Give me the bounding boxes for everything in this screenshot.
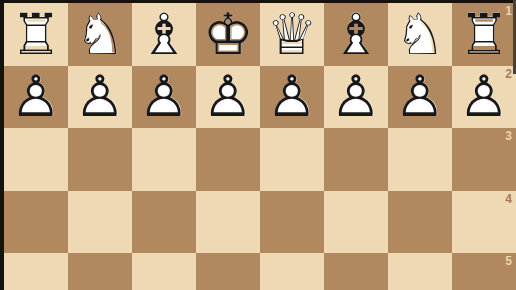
square-c5[interactable]	[324, 253, 388, 290]
white-pawn-outline-glyph: ♙	[260, 66, 324, 129]
white-pawn-fill-glyph: ♟	[68, 66, 132, 129]
white-pawn-outline-glyph: ♙	[196, 66, 260, 129]
square-f3[interactable]	[132, 128, 196, 191]
white-queen-fill-glyph: ♛	[260, 3, 324, 66]
square-e2[interactable]: ♟♙	[196, 66, 260, 129]
white-queen[interactable]: ♛♕	[260, 3, 324, 66]
square-g4[interactable]	[68, 191, 132, 254]
square-b1[interactable]: ♞♘	[388, 3, 452, 66]
white-pawn-fill-glyph: ♟	[196, 66, 260, 129]
white-pawn[interactable]: ♟♙	[324, 66, 388, 129]
white-pawn[interactable]: ♟♙	[388, 66, 452, 129]
white-rook[interactable]: ♜♖	[4, 3, 68, 66]
white-pawn[interactable]: ♟♙	[132, 66, 196, 129]
square-d5[interactable]	[260, 253, 324, 290]
square-a2[interactable]: ♟♙2	[452, 66, 516, 129]
square-h5[interactable]	[4, 253, 68, 290]
square-d1[interactable]: ♛♕	[260, 3, 324, 66]
square-e1[interactable]: ♚♔	[196, 3, 260, 66]
square-e3[interactable]	[196, 128, 260, 191]
white-pawn-outline-glyph: ♙	[4, 66, 68, 129]
square-e4[interactable]	[196, 191, 260, 254]
rank-label-5: 5	[505, 255, 512, 267]
square-a3[interactable]: 3	[452, 128, 516, 191]
rank-label-1: 1	[505, 5, 512, 17]
square-b2[interactable]: ♟♙	[388, 66, 452, 129]
white-queen-outline-glyph: ♕	[260, 3, 324, 66]
white-pawn-outline-glyph: ♙	[324, 66, 388, 129]
square-a1[interactable]: ♜♖1	[452, 3, 516, 66]
white-pawn-fill-glyph: ♟	[4, 66, 68, 129]
white-knight[interactable]: ♞♘	[388, 3, 452, 66]
white-pawn[interactable]: ♟♙	[4, 66, 68, 129]
square-b3[interactable]	[388, 128, 452, 191]
square-g2[interactable]: ♟♙	[68, 66, 132, 129]
square-b4[interactable]	[388, 191, 452, 254]
square-f2[interactable]: ♟♙	[132, 66, 196, 129]
square-g1[interactable]: ♞♘	[68, 3, 132, 66]
white-pawn-outline-glyph: ♙	[132, 66, 196, 129]
rank-label-2: 2	[505, 68, 512, 80]
white-pawn-fill-glyph: ♟	[388, 66, 452, 129]
white-rook-fill-glyph: ♜	[4, 3, 68, 66]
white-pawn-fill-glyph: ♟	[260, 66, 324, 129]
square-h4[interactable]	[4, 191, 68, 254]
chess-board-frame: ♜♖♞♘♝♗♚♔♛♕♝♗♞♘♜♖1♟♙♟♙♟♙♟♙♟♙♟♙♟♙♟♙2345	[0, 0, 516, 290]
square-f5[interactable]	[132, 253, 196, 290]
white-bishop-outline-glyph: ♗	[132, 3, 196, 66]
white-bishop[interactable]: ♝♗	[324, 3, 388, 66]
square-h2[interactable]: ♟♙	[4, 66, 68, 129]
white-bishop-fill-glyph: ♝	[132, 3, 196, 66]
white-bishop[interactable]: ♝♗	[132, 3, 196, 66]
white-pawn-fill-glyph: ♟	[324, 66, 388, 129]
square-c3[interactable]	[324, 128, 388, 191]
white-pawn[interactable]: ♟♙	[196, 66, 260, 129]
white-knight-outline-glyph: ♘	[68, 3, 132, 66]
square-b5[interactable]	[388, 253, 452, 290]
white-pawn[interactable]: ♟♙	[260, 66, 324, 129]
white-pawn-outline-glyph: ♙	[388, 66, 452, 129]
white-pawn[interactable]: ♟♙	[68, 66, 132, 129]
square-c1[interactable]: ♝♗	[324, 3, 388, 66]
square-g5[interactable]	[68, 253, 132, 290]
square-a4[interactable]: 4	[452, 191, 516, 254]
white-knight-fill-glyph: ♞	[388, 3, 452, 66]
square-d2[interactable]: ♟♙	[260, 66, 324, 129]
square-d4[interactable]	[260, 191, 324, 254]
white-bishop-fill-glyph: ♝	[324, 3, 388, 66]
white-king-outline-glyph: ♔	[196, 3, 260, 66]
square-g3[interactable]	[68, 128, 132, 191]
square-c2[interactable]: ♟♙	[324, 66, 388, 129]
rank-label-3: 3	[505, 130, 512, 142]
square-h1[interactable]: ♜♖	[4, 3, 68, 66]
square-f4[interactable]	[132, 191, 196, 254]
white-pawn-fill-glyph: ♟	[132, 66, 196, 129]
white-knight-fill-glyph: ♞	[68, 3, 132, 66]
square-f1[interactable]: ♝♗	[132, 3, 196, 66]
square-d3[interactable]	[260, 128, 324, 191]
square-c4[interactable]	[324, 191, 388, 254]
chess-board: ♜♖♞♘♝♗♚♔♛♕♝♗♞♘♜♖1♟♙♟♙♟♙♟♙♟♙♟♙♟♙♟♙2345	[4, 3, 516, 290]
white-knight[interactable]: ♞♘	[68, 3, 132, 66]
white-knight-outline-glyph: ♘	[388, 3, 452, 66]
square-a5[interactable]: 5	[452, 253, 516, 290]
white-bishop-outline-glyph: ♗	[324, 3, 388, 66]
white-rook-outline-glyph: ♖	[4, 3, 68, 66]
rank-label-4: 4	[505, 193, 512, 205]
square-e5[interactable]	[196, 253, 260, 290]
white-king[interactable]: ♚♔	[196, 3, 260, 66]
square-h3[interactable]	[4, 128, 68, 191]
white-king-fill-glyph: ♚	[196, 3, 260, 66]
white-pawn-outline-glyph: ♙	[68, 66, 132, 129]
